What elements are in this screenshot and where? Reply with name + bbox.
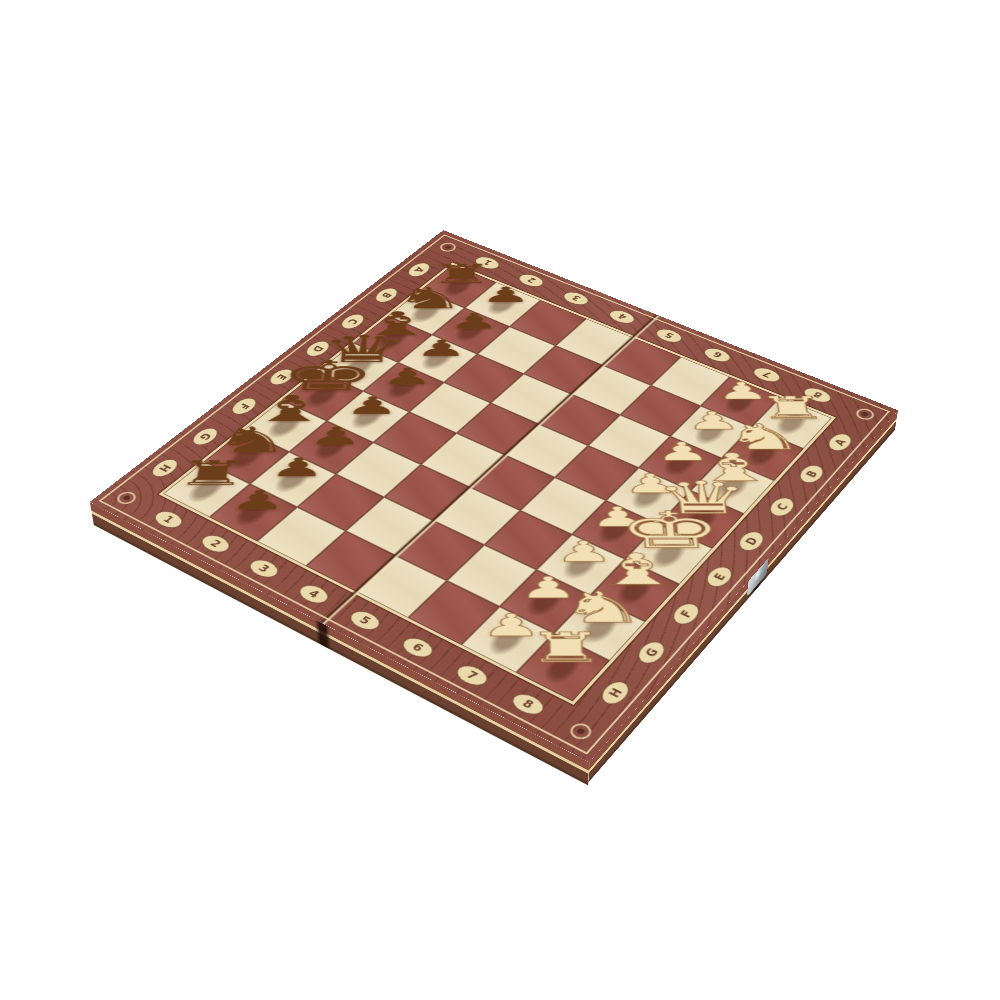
coordinate-label-1: 1: [150, 508, 188, 532]
corner-ornament: [566, 720, 595, 742]
corner-ornament: [437, 241, 459, 253]
corner-ornament: [113, 489, 139, 506]
coordinate-label-2: 2: [196, 532, 235, 557]
coordinate-label-E: E: [701, 563, 737, 590]
metal-latch-icon: [747, 554, 769, 597]
coordinate-label-6: 6: [700, 345, 734, 365]
coordinate-label-4: 4: [605, 308, 639, 327]
coordinate-label-D: D: [734, 528, 769, 554]
chess-board: HH11GG22FF33EE44DD55CC66BB77AA88 ♜♞♟♝♟♛♟…: [90, 230, 898, 762]
coordinate-label-7: 7: [451, 661, 492, 689]
coordinate-label-4: 4: [294, 581, 334, 607]
coordinate-label-G: G: [633, 638, 671, 667]
coordinate-label-F: F: [668, 600, 705, 628]
coordinate-label-5: 5: [652, 326, 686, 345]
coordinate-label-H: H: [596, 678, 635, 709]
coordinate-label-C: C: [765, 494, 799, 519]
coordinate-label-3: 3: [244, 556, 283, 581]
coordinate-label-8: 8: [507, 690, 549, 719]
coordinate-label-6: 6: [397, 634, 438, 661]
coordinate-label-5: 5: [345, 607, 385, 634]
product-photo-stage: HH11GG22FF33EE44DD55CC66BB77AA88 ♜♞♟♝♟♛♟…: [0, 0, 1000, 1000]
